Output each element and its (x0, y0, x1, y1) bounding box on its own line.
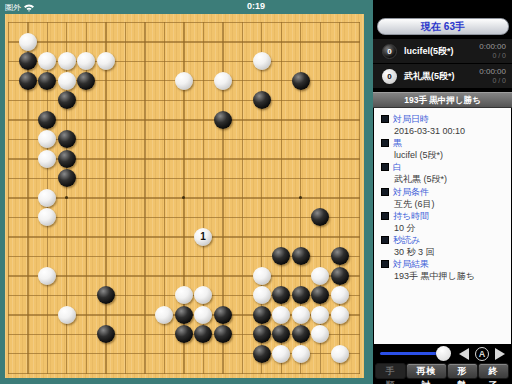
white-stone (292, 306, 310, 324)
stone-layer: 1 (0, 12, 369, 383)
info-value: lucifel (5段*) (381, 149, 504, 161)
white-stone (311, 267, 329, 285)
go-board-frame: 1 (0, 14, 373, 384)
white-stone (194, 306, 212, 324)
black-stone (77, 72, 95, 90)
white-stone (292, 345, 310, 363)
black-stone (214, 325, 232, 343)
white-stone (38, 208, 56, 226)
go-board[interactable]: 1 (5, 14, 364, 378)
black-stone (272, 325, 290, 343)
black-stone (253, 306, 271, 324)
move-number-label: 1 (200, 232, 206, 242)
prev-move-button[interactable] (459, 348, 469, 360)
info-value: 193手 黒中押し勝ち (381, 270, 504, 282)
white-stone (77, 52, 95, 70)
white-stone-icon: 0 (382, 69, 397, 84)
black-stone (292, 247, 310, 265)
black-stone (194, 325, 212, 343)
info-label: 持ち時間 (381, 210, 504, 222)
black-stone (292, 72, 310, 90)
white-stone (97, 52, 115, 70)
info-value: 互先 (6目) (381, 198, 504, 210)
white-stone (58, 52, 76, 70)
white-stone (175, 72, 193, 90)
auto-play-button[interactable]: A (475, 347, 489, 361)
board-bullet-icon (381, 236, 389, 244)
black-stone (175, 325, 193, 343)
player-periods-white: 0 / 0 (479, 76, 506, 85)
info-label: 対局条件 (381, 186, 504, 198)
black-stone (272, 247, 290, 265)
white-stone (58, 306, 76, 324)
board-bullet-icon (381, 163, 389, 171)
white-stone (175, 286, 193, 304)
white-stone (253, 267, 271, 285)
playback-controls: A (373, 345, 512, 362)
board-bullet-icon (381, 188, 389, 196)
black-stone (214, 306, 232, 324)
black-stone (331, 267, 349, 285)
black-stone (214, 111, 232, 129)
nav-button-shuryo[interactable]: 終了 (478, 363, 509, 379)
white-stone (214, 72, 232, 90)
player-clock-black: 0:00:00 (479, 42, 506, 51)
black-stone (58, 91, 76, 109)
white-stone (311, 306, 329, 324)
white-stone (58, 72, 76, 90)
info-value: 10 分 (381, 222, 504, 234)
black-stone (292, 286, 310, 304)
player-name-black: lucifel(5段*) (404, 45, 454, 58)
white-stone: 1 (194, 228, 212, 246)
info-label: 秒読み (381, 234, 504, 246)
white-stone (155, 306, 173, 324)
black-stone (331, 247, 349, 265)
info-value: 2016-03-31 00:10 (381, 125, 504, 137)
nav-button-tejun[interactable]: 手順 (375, 363, 406, 379)
info-label: 対局日時 (381, 113, 504, 125)
black-stone (38, 72, 56, 90)
black-stone (58, 150, 76, 168)
black-stone (58, 169, 76, 187)
player-list: 0 lucifel(5段*) 0:00:00 0 / 0 0 武礼黒(5段*) … (373, 39, 512, 89)
white-stone (253, 286, 271, 304)
sidebar: 現在 63手 0 lucifel(5段*) 0:00:00 0 / 0 0 武礼… (373, 0, 512, 384)
black-stone (38, 111, 56, 129)
black-stone (97, 325, 115, 343)
board-bullet-icon (381, 115, 389, 123)
board-bullet-icon (381, 139, 389, 147)
move-slider[interactable] (380, 352, 442, 355)
white-stone (38, 267, 56, 285)
white-stone (194, 286, 212, 304)
board-bullet-icon (381, 260, 389, 268)
black-stone (253, 91, 271, 109)
current-move-button[interactable]: 現在 63手 (377, 18, 509, 35)
white-stone (19, 33, 37, 51)
nav-button-keisei[interactable]: 形勢 (447, 363, 478, 379)
player-row-white: 0 武礼黒(5段*) 0:00:00 0 / 0 (373, 64, 512, 89)
player-name-white: 武礼黒(5段*) (404, 70, 455, 83)
white-stone (253, 52, 271, 70)
game-info-panel: 対局日時2016-03-31 00:10黒lucifel (5段*)白武礼黒 (… (374, 108, 511, 344)
black-stone (292, 325, 310, 343)
white-stone (38, 189, 56, 207)
white-stone (331, 345, 349, 363)
nav-button-row: 手順 再検討 形勢 終了 (375, 363, 509, 380)
black-stone (58, 130, 76, 148)
black-stone-icon: 0 (382, 44, 397, 59)
result-bar: 193手 黒中押し勝ち (373, 92, 512, 108)
black-stone (253, 345, 271, 363)
black-stone (311, 208, 329, 226)
player-row-black: 0 lucifel(5段*) 0:00:00 0 / 0 (373, 39, 512, 64)
info-label: 白 (381, 161, 504, 173)
nav-button-saikento[interactable]: 再検討 (406, 363, 447, 379)
board-bullet-icon (381, 212, 389, 220)
black-stone (253, 325, 271, 343)
white-stone (38, 130, 56, 148)
white-stone (272, 306, 290, 324)
white-stone (331, 286, 349, 304)
next-move-button[interactable] (495, 348, 505, 360)
black-stone (19, 72, 37, 90)
info-value: 武礼黒 (5段*) (381, 173, 504, 185)
slider-knob[interactable] (436, 346, 451, 361)
white-stone (331, 306, 349, 324)
white-stone (272, 345, 290, 363)
black-stone (175, 306, 193, 324)
white-stone (38, 52, 56, 70)
black-stone (311, 286, 329, 304)
black-stone (272, 286, 290, 304)
player-clock-white: 0:00:00 (479, 67, 506, 76)
white-stone (311, 325, 329, 343)
black-stone (97, 286, 115, 304)
black-stone (19, 52, 37, 70)
info-value: 30 秒 3 回 (381, 246, 504, 258)
info-label: 対局結果 (381, 258, 504, 270)
player-periods-black: 0 / 0 (479, 51, 506, 60)
info-label: 黒 (381, 137, 504, 149)
white-stone (38, 150, 56, 168)
